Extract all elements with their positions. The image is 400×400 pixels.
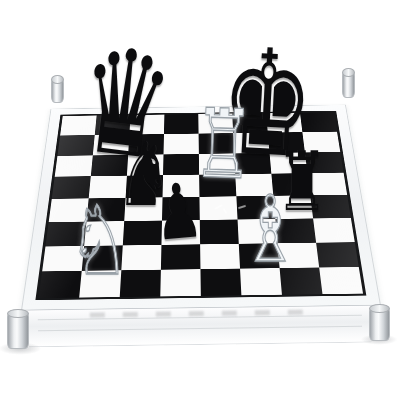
board-square	[268, 132, 305, 153]
checker-grid	[35, 111, 366, 300]
product-photo: ♛♚♖♞♜♟♘♗	[0, 0, 400, 400]
board-square	[124, 197, 162, 221]
board-square	[39, 271, 82, 298]
board-square	[128, 134, 164, 155]
board-square	[270, 152, 308, 174]
edge-line	[38, 326, 362, 332]
board-square	[82, 245, 123, 271]
board-square	[239, 243, 280, 269]
board-square	[129, 115, 164, 135]
board-square	[160, 269, 201, 296]
board-square	[84, 221, 124, 246]
board-square	[305, 152, 344, 174]
board-square	[161, 244, 201, 270]
board-square	[271, 173, 310, 196]
board-square	[45, 221, 86, 246]
board-square	[235, 174, 273, 197]
board-square	[55, 155, 93, 177]
board-square	[200, 219, 239, 244]
board-square	[123, 220, 162, 245]
board-square	[199, 133, 235, 154]
board-square	[234, 153, 271, 175]
board-square	[89, 176, 127, 199]
board-square	[163, 175, 200, 198]
board-square	[233, 132, 269, 153]
board-square	[275, 218, 316, 243]
board-square	[310, 195, 351, 219]
metal-foot	[7, 311, 29, 349]
board-square	[95, 115, 131, 135]
board-front-edge	[16, 304, 384, 347]
board-square	[52, 176, 91, 199]
board-square	[240, 268, 282, 295]
board-square	[302, 132, 340, 153]
board-square	[86, 198, 125, 222]
board-square	[162, 197, 200, 221]
board-square	[121, 245, 161, 271]
board-square	[280, 268, 323, 295]
board-square	[316, 242, 359, 268]
metal-foot	[51, 77, 64, 103]
board-square	[319, 267, 363, 294]
chess-board	[21, 105, 381, 311]
board-square	[200, 243, 240, 269]
board-square	[198, 114, 233, 134]
board-square	[161, 220, 200, 245]
board-square	[91, 155, 128, 177]
board-square	[313, 218, 355, 243]
board-square	[200, 269, 241, 296]
board-square	[163, 154, 199, 176]
metal-foot	[342, 70, 355, 98]
metal-foot	[369, 306, 390, 341]
board-square	[120, 270, 161, 297]
board-square	[277, 242, 319, 268]
board-square	[307, 173, 347, 196]
board-square	[126, 175, 163, 198]
board-square	[164, 114, 199, 134]
board-square	[42, 246, 84, 272]
board-square	[266, 113, 302, 133]
board-square	[232, 113, 268, 133]
board-square	[93, 134, 130, 155]
board-square	[60, 115, 96, 135]
board-square	[57, 135, 94, 156]
board-square	[199, 153, 235, 175]
board-square	[49, 198, 89, 222]
board-square	[127, 154, 164, 176]
board-square	[79, 270, 121, 297]
board-square	[238, 219, 278, 244]
board-square	[199, 174, 236, 197]
board-square	[300, 112, 337, 132]
board-square	[164, 133, 199, 154]
board-square	[273, 195, 313, 219]
